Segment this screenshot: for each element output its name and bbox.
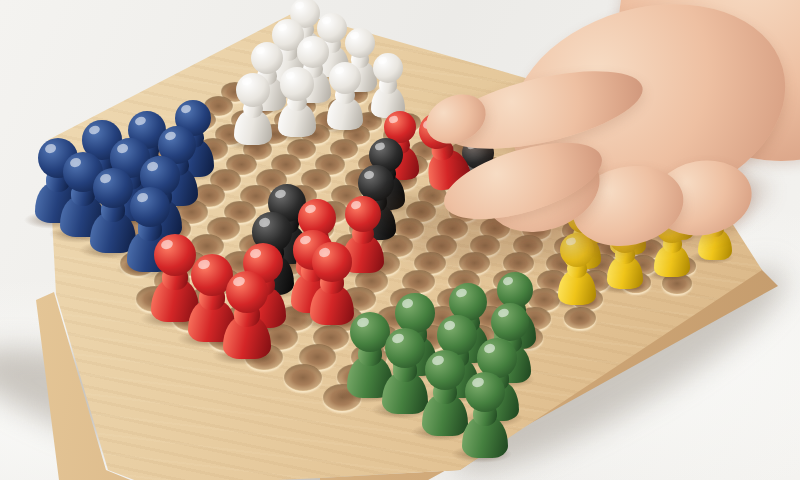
peg-head bbox=[395, 293, 434, 332]
peg-head bbox=[437, 315, 476, 354]
peg-head bbox=[312, 242, 351, 281]
held-peg-shadow bbox=[384, 199, 444, 219]
peg-head bbox=[236, 73, 270, 107]
peg-head bbox=[329, 62, 361, 94]
board-hole[interactable] bbox=[284, 364, 322, 391]
peg-head bbox=[154, 234, 196, 276]
peg-head bbox=[226, 271, 268, 313]
board-hole[interactable] bbox=[564, 307, 596, 330]
peg-head bbox=[297, 36, 329, 68]
photo-scene bbox=[0, 0, 800, 480]
peg-head bbox=[280, 67, 313, 100]
peg-head bbox=[491, 303, 529, 341]
